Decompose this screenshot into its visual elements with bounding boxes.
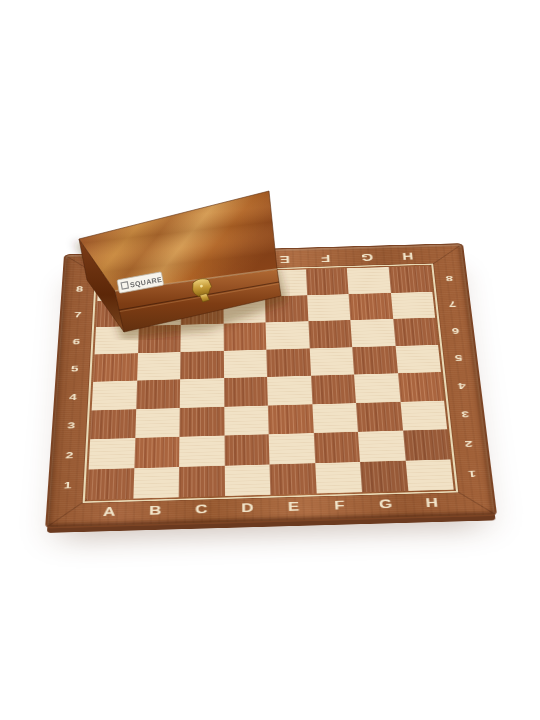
- square-d2: [224, 434, 269, 465]
- rank-label-left-5: 5: [71, 364, 80, 374]
- square-e3: [268, 404, 313, 434]
- square-b4: [136, 379, 180, 409]
- square-f1: [315, 462, 362, 494]
- square-g8: [347, 267, 391, 294]
- square-h8: [388, 266, 432, 293]
- square-f3: [312, 403, 358, 433]
- file-label-bottom-a: A: [103, 506, 116, 519]
- square-c4: [180, 378, 224, 408]
- rank-label-right-5: 5: [454, 353, 463, 363]
- frame-mitre-joint: [429, 244, 461, 266]
- square-d5: [223, 349, 267, 378]
- square-f8: [305, 268, 348, 295]
- file-label-bottom-c: C: [195, 503, 208, 516]
- square-g4: [354, 373, 400, 402]
- square-h7: [390, 292, 435, 319]
- square-b2: [134, 437, 180, 468]
- square-f5: [309, 347, 354, 376]
- square-g5: [352, 346, 397, 375]
- square-b5: [137, 352, 181, 381]
- rank-label-right-4: 4: [457, 381, 466, 391]
- square-e2: [269, 433, 315, 464]
- frame-mitre-joint: [47, 499, 87, 527]
- square-g2: [358, 431, 405, 462]
- square-a2: [89, 438, 135, 469]
- square-a3: [90, 409, 136, 439]
- square-a1: [87, 468, 134, 500]
- rank-label-right-7: 7: [448, 299, 457, 308]
- square-f4: [311, 375, 356, 405]
- rank-label-right-2: 2: [464, 438, 473, 448]
- square-h5: [395, 345, 441, 374]
- file-label-bottom-g: G: [379, 498, 394, 511]
- frame-mitre-joint: [453, 489, 495, 514]
- square-d3: [224, 405, 269, 435]
- rank-label-left-4: 4: [69, 391, 78, 401]
- square-a4: [92, 381, 137, 411]
- square-g3: [356, 402, 403, 432]
- rank-label-left-1: 1: [63, 480, 72, 491]
- file-label-bottom-f: F: [334, 499, 346, 512]
- file-label-bottom-b: B: [149, 504, 162, 517]
- chess-pieces-box: SQUARE: [60, 180, 290, 340]
- square-h1: [405, 459, 454, 491]
- square-b1: [133, 467, 179, 499]
- rank-label-right-6: 6: [451, 326, 460, 335]
- square-g7: [349, 293, 393, 320]
- square-h4: [398, 372, 445, 401]
- rank-label-left-2: 2: [65, 449, 74, 460]
- square-h6: [393, 318, 438, 346]
- square-e1: [269, 463, 316, 495]
- file-label-bottom-h: H: [425, 497, 439, 510]
- square-e4: [267, 376, 312, 406]
- square-f7: [307, 294, 351, 321]
- file-label-top-f: F: [320, 253, 330, 264]
- square-g6: [350, 319, 395, 347]
- square-g1: [360, 460, 408, 492]
- square-c1: [179, 465, 225, 497]
- file-label-bottom-d: D: [241, 502, 254, 515]
- file-label-bottom-e: E: [288, 500, 300, 513]
- square-h3: [400, 400, 447, 430]
- square-a5: [93, 353, 137, 382]
- square-h2: [403, 429, 451, 460]
- square-c2: [179, 436, 224, 467]
- rank-label-right-8: 8: [445, 274, 454, 283]
- file-label-top-g: G: [360, 251, 373, 262]
- square-c5: [180, 351, 223, 380]
- square-e5: [266, 348, 310, 377]
- square-d4: [224, 377, 268, 407]
- rank-label-right-1: 1: [467, 468, 477, 479]
- rank-label-right-3: 3: [460, 409, 469, 419]
- rank-label-left-3: 3: [67, 420, 76, 430]
- square-f2: [313, 432, 360, 463]
- square-d1: [224, 464, 270, 496]
- square-c3: [179, 406, 224, 436]
- file-label-top-h: H: [402, 250, 414, 261]
- product-photo: ABCDEFGHABCDEFGH8765432187654321: [0, 0, 540, 720]
- square-f6: [308, 320, 352, 348]
- square-b3: [135, 408, 180, 438]
